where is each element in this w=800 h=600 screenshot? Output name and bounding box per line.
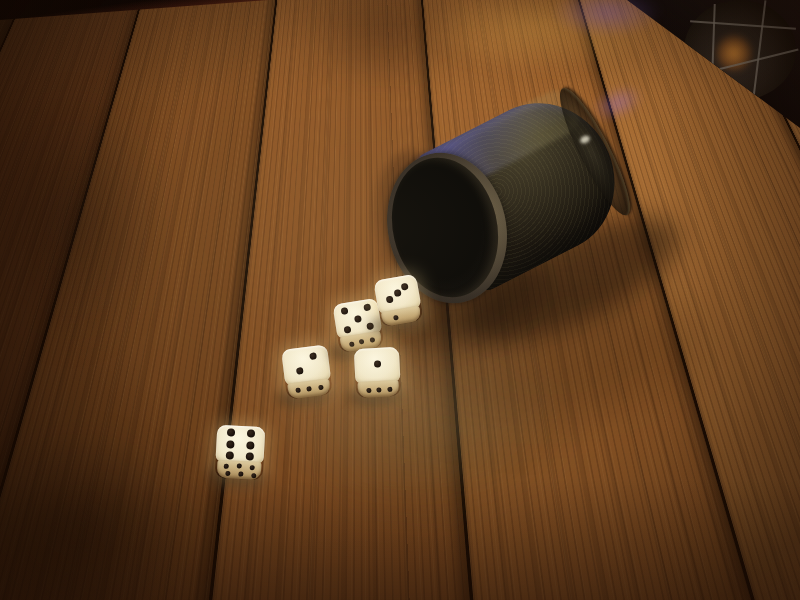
pip — [349, 341, 355, 347]
pip — [295, 387, 301, 393]
die-six[interactable] — [215, 425, 266, 480]
pip — [223, 463, 228, 468]
pip — [377, 387, 382, 392]
die-two[interactable] — [281, 344, 333, 400]
pip — [237, 463, 242, 468]
die-one[interactable] — [354, 347, 402, 399]
pip — [353, 315, 361, 323]
pip — [246, 441, 254, 449]
pip — [363, 303, 371, 311]
pip — [344, 326, 352, 334]
pip — [387, 386, 392, 391]
pip — [226, 451, 234, 459]
pip — [250, 465, 255, 470]
pip — [393, 315, 399, 321]
die-top-face — [354, 347, 401, 384]
pip — [227, 440, 235, 448]
pip — [246, 430, 254, 438]
dice-layer — [0, 0, 800, 600]
pip — [227, 429, 235, 437]
pip — [225, 471, 230, 476]
die-front-face — [217, 460, 262, 480]
die-three[interactable] — [373, 274, 424, 328]
pip — [252, 473, 257, 478]
pip — [370, 337, 376, 343]
pip — [318, 384, 324, 390]
pip — [238, 471, 243, 476]
pip — [393, 289, 401, 297]
pip — [296, 367, 304, 375]
pip — [309, 352, 317, 360]
die-top-face — [215, 425, 265, 465]
photo-scene — [0, 0, 800, 600]
pip — [245, 452, 253, 460]
pip — [386, 296, 394, 304]
pip — [341, 307, 349, 315]
pip — [306, 387, 312, 393]
pip — [366, 387, 371, 392]
pip — [359, 339, 365, 345]
pip — [401, 282, 409, 290]
pip — [373, 360, 380, 367]
die-front-face — [357, 380, 399, 398]
